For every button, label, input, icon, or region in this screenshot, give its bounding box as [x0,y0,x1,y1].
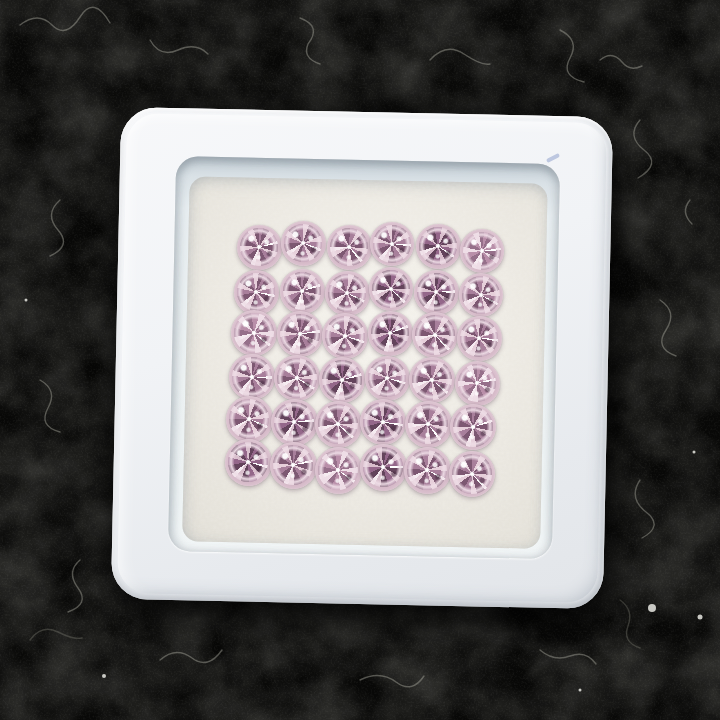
gem-r3c3 [322,313,368,359]
gem-r1c5 [416,224,461,269]
gem-r1c6 [460,229,504,273]
gem-r1c3 [327,225,372,270]
gem-r1c1 [237,225,282,270]
gem-r5c5 [405,401,452,448]
gem-r1c4 [370,222,414,266]
gem-r5c4 [360,399,406,445]
gem-r1c2 [281,221,326,266]
gem-r4c6 [455,361,500,406]
gem-r3c4 [368,311,413,356]
gem-r2c5 [414,270,459,315]
gem-r2c4 [369,267,413,311]
gem-r5c1 [226,396,273,443]
gem-r3c6 [457,316,502,361]
gem-r2c3 [325,271,370,316]
gem-r3c5 [412,312,458,358]
gem-r4c2 [274,355,320,401]
gem-r3c2 [277,311,323,357]
gem-r6c3 [315,447,362,494]
gem-r4c1 [229,354,275,400]
gem-r6c4 [360,444,407,491]
gem-r5c6 [450,404,496,450]
gem-r2c6 [459,273,503,317]
gem-r5c2 [271,399,318,446]
gem-r2c1 [234,270,279,315]
gem-r4c3 [319,357,365,403]
gem-r4c4 [365,356,410,401]
gem-r5c3 [315,401,362,448]
gem-tray [0,0,720,720]
gem-r6c6 [449,451,495,497]
gem-r2c2 [280,269,325,314]
gem-r3c1 [231,310,277,356]
gem-r6c5 [404,447,451,494]
gem-r6c2 [270,442,317,489]
photo-scene [0,0,720,720]
gem-r4c5 [409,357,455,403]
gem-r6c1 [225,439,272,486]
